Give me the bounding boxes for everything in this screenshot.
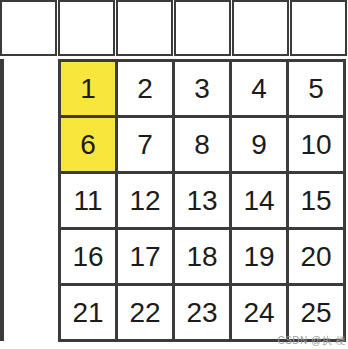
header-cell <box>0 0 57 56</box>
grid-cell: 21 <box>61 286 115 339</box>
header-cell <box>232 0 289 56</box>
grid-cell: 4 <box>232 62 286 115</box>
grid-cell: 23 <box>175 286 229 339</box>
header-row <box>0 0 347 56</box>
grid-cell: 2 <box>118 62 172 115</box>
number-grid: 1234567891011121314151617181920212223242… <box>58 59 346 342</box>
grid-cell: 16 <box>61 230 115 283</box>
grid-cell: 3 <box>175 62 229 115</box>
grid-cell: 14 <box>232 174 286 227</box>
header-cell <box>58 0 115 56</box>
grid-cell: 15 <box>289 174 343 227</box>
grid-cell: 11 <box>61 174 115 227</box>
grid-cell: 25 <box>289 286 343 339</box>
grid-cell: 22 <box>118 286 172 339</box>
grid-cell: 10 <box>289 118 343 171</box>
grid-cell: 17 <box>118 230 172 283</box>
grid-cell: 18 <box>175 230 229 283</box>
grid-cell: 8 <box>175 118 229 171</box>
grid-cell: 9 <box>232 118 286 171</box>
grid-cell: 19 <box>232 230 286 283</box>
header-cell <box>174 0 231 56</box>
header-cell <box>116 0 173 56</box>
dp-grid-board: 1234567891011121314151617181920212223242… <box>0 0 348 349</box>
grid-cell: 20 <box>289 230 343 283</box>
grid-cell: 13 <box>175 174 229 227</box>
header-cell <box>290 0 347 56</box>
grid-cell: 6 <box>61 118 115 171</box>
grid-cell: 5 <box>289 62 343 115</box>
grid-cell: 24 <box>232 286 286 339</box>
csdn-watermark: CSDN @执 梗 <box>277 334 346 348</box>
grid-cell: 1 <box>61 62 115 115</box>
grid-cell: 7 <box>118 118 172 171</box>
header-column <box>0 59 4 341</box>
grid-cell: 12 <box>118 174 172 227</box>
